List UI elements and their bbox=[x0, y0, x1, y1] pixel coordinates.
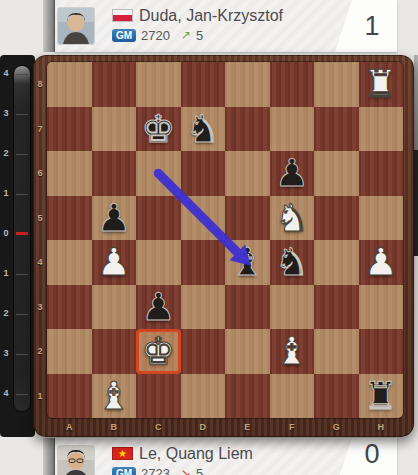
square-a7[interactable] bbox=[47, 107, 92, 152]
rank-label-5: 5 bbox=[33, 196, 47, 241]
avatar-le bbox=[57, 445, 95, 475]
eval-bar: 432101234 bbox=[0, 55, 35, 437]
square-f6[interactable]: ♟ bbox=[270, 151, 315, 196]
piece-black-pawn[interactable]: ♟ bbox=[92, 196, 137, 241]
square-d7[interactable]: ♞ bbox=[181, 107, 226, 152]
flag-poland-icon bbox=[112, 9, 133, 22]
square-h6[interactable] bbox=[359, 151, 404, 196]
eval-scale-label: 2 bbox=[0, 309, 12, 318]
square-e7[interactable] bbox=[225, 107, 270, 152]
square-g2[interactable] bbox=[314, 329, 359, 374]
eval-tick bbox=[16, 314, 28, 315]
eval-tick bbox=[16, 394, 28, 395]
square-c5[interactable] bbox=[136, 196, 181, 241]
piece-white-bishop[interactable]: ♝ bbox=[270, 329, 315, 374]
square-b4[interactable]: ♟ bbox=[92, 240, 137, 285]
score-top: 1 bbox=[352, 13, 379, 40]
square-c2[interactable]: ♚ bbox=[136, 329, 181, 374]
square-b5[interactable]: ♟ bbox=[92, 196, 137, 241]
square-f2[interactable]: ♝ bbox=[270, 329, 315, 374]
square-a4[interactable] bbox=[47, 240, 92, 285]
square-g4[interactable] bbox=[314, 240, 359, 285]
rank-label-8: 8 bbox=[33, 62, 47, 107]
board-frame: 87654321 ABCDEFGH ♜♚♞♟♟♞♟♝♞♟♟♚♝♝♜ bbox=[33, 55, 414, 437]
eval-tick bbox=[16, 114, 28, 115]
rank-label-4: 4 bbox=[33, 240, 47, 285]
square-d8[interactable] bbox=[181, 62, 226, 107]
eval-scale-label: 1 bbox=[0, 189, 12, 198]
right-edge-strip-dark bbox=[414, 150, 418, 256]
square-e6[interactable] bbox=[225, 151, 270, 196]
file-label-h: H bbox=[359, 419, 404, 436]
eval-scale-label: 3 bbox=[0, 349, 12, 358]
eval-tick bbox=[16, 194, 28, 195]
square-g1[interactable] bbox=[314, 374, 359, 419]
file-label-c: C bbox=[136, 419, 181, 436]
piece-white-rook[interactable]: ♜ bbox=[359, 62, 404, 107]
square-e1[interactable] bbox=[225, 374, 270, 419]
score-section-top: 1 bbox=[335, 0, 397, 52]
eval-scale-label: 4 bbox=[0, 389, 12, 398]
trend-up-icon: ↗ bbox=[181, 28, 191, 42]
top-card-spine bbox=[43, 0, 55, 52]
square-e5[interactable] bbox=[225, 196, 270, 241]
square-c1[interactable] bbox=[136, 374, 181, 419]
square-g7[interactable] bbox=[314, 107, 359, 152]
eval-scale-label: 3 bbox=[0, 109, 12, 118]
square-g8[interactable] bbox=[314, 62, 359, 107]
square-h7[interactable] bbox=[359, 107, 404, 152]
rank-label-1: 1 bbox=[33, 374, 47, 419]
square-c8[interactable] bbox=[136, 62, 181, 107]
piece-black-bishop[interactable]: ♝ bbox=[225, 240, 270, 285]
player-name-bottom: Le, Quang Liem bbox=[139, 445, 253, 463]
square-c3[interactable]: ♟ bbox=[136, 285, 181, 330]
file-label-a: A bbox=[47, 419, 92, 436]
rank-label-7: 7 bbox=[33, 107, 47, 152]
gm-badge-bottom: GM bbox=[112, 467, 136, 475]
file-label-d: D bbox=[181, 419, 226, 436]
flag-vietnam-icon: ★ bbox=[112, 447, 133, 460]
piece-black-knight[interactable]: ♞ bbox=[181, 107, 226, 152]
square-e4[interactable]: ♝ bbox=[225, 240, 270, 285]
square-h5[interactable] bbox=[359, 196, 404, 241]
square-d5[interactable] bbox=[181, 196, 226, 241]
piece-black-king[interactable]: ♚ bbox=[136, 107, 181, 152]
square-a3[interactable] bbox=[47, 285, 92, 330]
rating-change-bottom: 5 bbox=[196, 466, 203, 475]
piece-black-knight[interactable]: ♞ bbox=[270, 240, 315, 285]
eval-tick bbox=[16, 354, 28, 355]
square-h2[interactable] bbox=[359, 329, 404, 374]
rank-label-3: 3 bbox=[33, 285, 47, 330]
square-b8[interactable] bbox=[92, 62, 137, 107]
square-f8[interactable] bbox=[270, 62, 315, 107]
square-c4[interactable] bbox=[136, 240, 181, 285]
score-section-bottom: 0 bbox=[335, 438, 397, 475]
square-d4[interactable] bbox=[181, 240, 226, 285]
bottom-card-spine bbox=[43, 438, 55, 475]
rank-label-2: 2 bbox=[33, 329, 47, 374]
square-h8[interactable]: ♜ bbox=[359, 62, 404, 107]
chess-board: ♜♚♞♟♟♞♟♝♞♟♟♚♝♝♜ bbox=[47, 62, 403, 418]
square-c7[interactable]: ♚ bbox=[136, 107, 181, 152]
piece-white-bishop[interactable]: ♝ bbox=[92, 374, 137, 419]
eval-bar-track bbox=[13, 65, 31, 412]
square-e8[interactable] bbox=[225, 62, 270, 107]
square-a6[interactable] bbox=[47, 151, 92, 196]
file-label-f: F bbox=[270, 419, 315, 436]
square-a2[interactable] bbox=[47, 329, 92, 374]
square-d1[interactable] bbox=[181, 374, 226, 419]
square-b6[interactable] bbox=[92, 151, 137, 196]
square-f3[interactable] bbox=[270, 285, 315, 330]
score-bottom: 0 bbox=[352, 438, 379, 468]
square-f1[interactable] bbox=[270, 374, 315, 419]
square-c6[interactable] bbox=[136, 151, 181, 196]
eval-scale-label: 1 bbox=[0, 269, 12, 278]
square-f5[interactable]: ♞ bbox=[270, 196, 315, 241]
square-g3[interactable] bbox=[314, 285, 359, 330]
eval-scale-label: 4 bbox=[0, 69, 12, 78]
gm-badge-top: GM bbox=[112, 29, 136, 42]
eval-scale-label: 2 bbox=[0, 149, 12, 158]
player-card-bottom: ★ Le, Quang Liem GM 2723 ↘ 5 0 bbox=[55, 438, 397, 475]
square-e3[interactable] bbox=[225, 285, 270, 330]
piece-white-pawn[interactable]: ♟ bbox=[359, 240, 404, 285]
rating-bottom: 2723 bbox=[141, 466, 170, 475]
square-g6[interactable] bbox=[314, 151, 359, 196]
square-d2[interactable] bbox=[181, 329, 226, 374]
piece-black-pawn[interactable]: ♟ bbox=[136, 285, 181, 330]
piece-white-knight[interactable]: ♞ bbox=[270, 196, 315, 241]
eval-scale-label: 0 bbox=[0, 229, 12, 238]
square-f7[interactable] bbox=[270, 107, 315, 152]
square-a8[interactable] bbox=[47, 62, 92, 107]
eval-tick bbox=[16, 74, 28, 75]
square-h4[interactable]: ♟ bbox=[359, 240, 404, 285]
file-label-g: G bbox=[314, 419, 359, 436]
file-label-b: B bbox=[92, 419, 137, 436]
square-d3[interactable] bbox=[181, 285, 226, 330]
file-label-e: E bbox=[225, 419, 270, 436]
square-g5[interactable] bbox=[314, 196, 359, 241]
player-card-top: Duda, Jan-Krzysztof GM 2720 ↗ 5 1 bbox=[55, 0, 397, 52]
square-a5[interactable] bbox=[47, 196, 92, 241]
rank-label-6: 6 bbox=[33, 151, 47, 196]
square-a1[interactable] bbox=[47, 374, 92, 419]
eval-marker bbox=[16, 232, 28, 235]
eval-tick bbox=[16, 274, 28, 275]
square-b2[interactable] bbox=[92, 329, 137, 374]
square-e2[interactable] bbox=[225, 329, 270, 374]
piece-white-pawn[interactable]: ♟ bbox=[92, 240, 137, 285]
avatar-duda bbox=[57, 7, 95, 45]
square-b3[interactable] bbox=[92, 285, 137, 330]
piece-white-king[interactable]: ♚ bbox=[136, 329, 181, 374]
trend-down-icon: ↘ bbox=[181, 466, 191, 475]
square-b7[interactable] bbox=[92, 107, 137, 152]
eval-tick bbox=[16, 154, 28, 155]
square-d6[interactable] bbox=[181, 151, 226, 196]
piece-black-pawn[interactable]: ♟ bbox=[270, 151, 315, 196]
right-edge-strip-gray bbox=[414, 55, 418, 150]
square-h1[interactable]: ♜ bbox=[359, 374, 404, 419]
square-h3[interactable] bbox=[359, 285, 404, 330]
rating-change-top: 5 bbox=[196, 28, 203, 43]
rating-top: 2720 bbox=[141, 28, 170, 43]
square-f4[interactable]: ♞ bbox=[270, 240, 315, 285]
player-name-top: Duda, Jan-Krzysztof bbox=[139, 7, 283, 25]
piece-black-rook[interactable]: ♜ bbox=[359, 374, 404, 419]
square-b1[interactable]: ♝ bbox=[92, 374, 137, 419]
